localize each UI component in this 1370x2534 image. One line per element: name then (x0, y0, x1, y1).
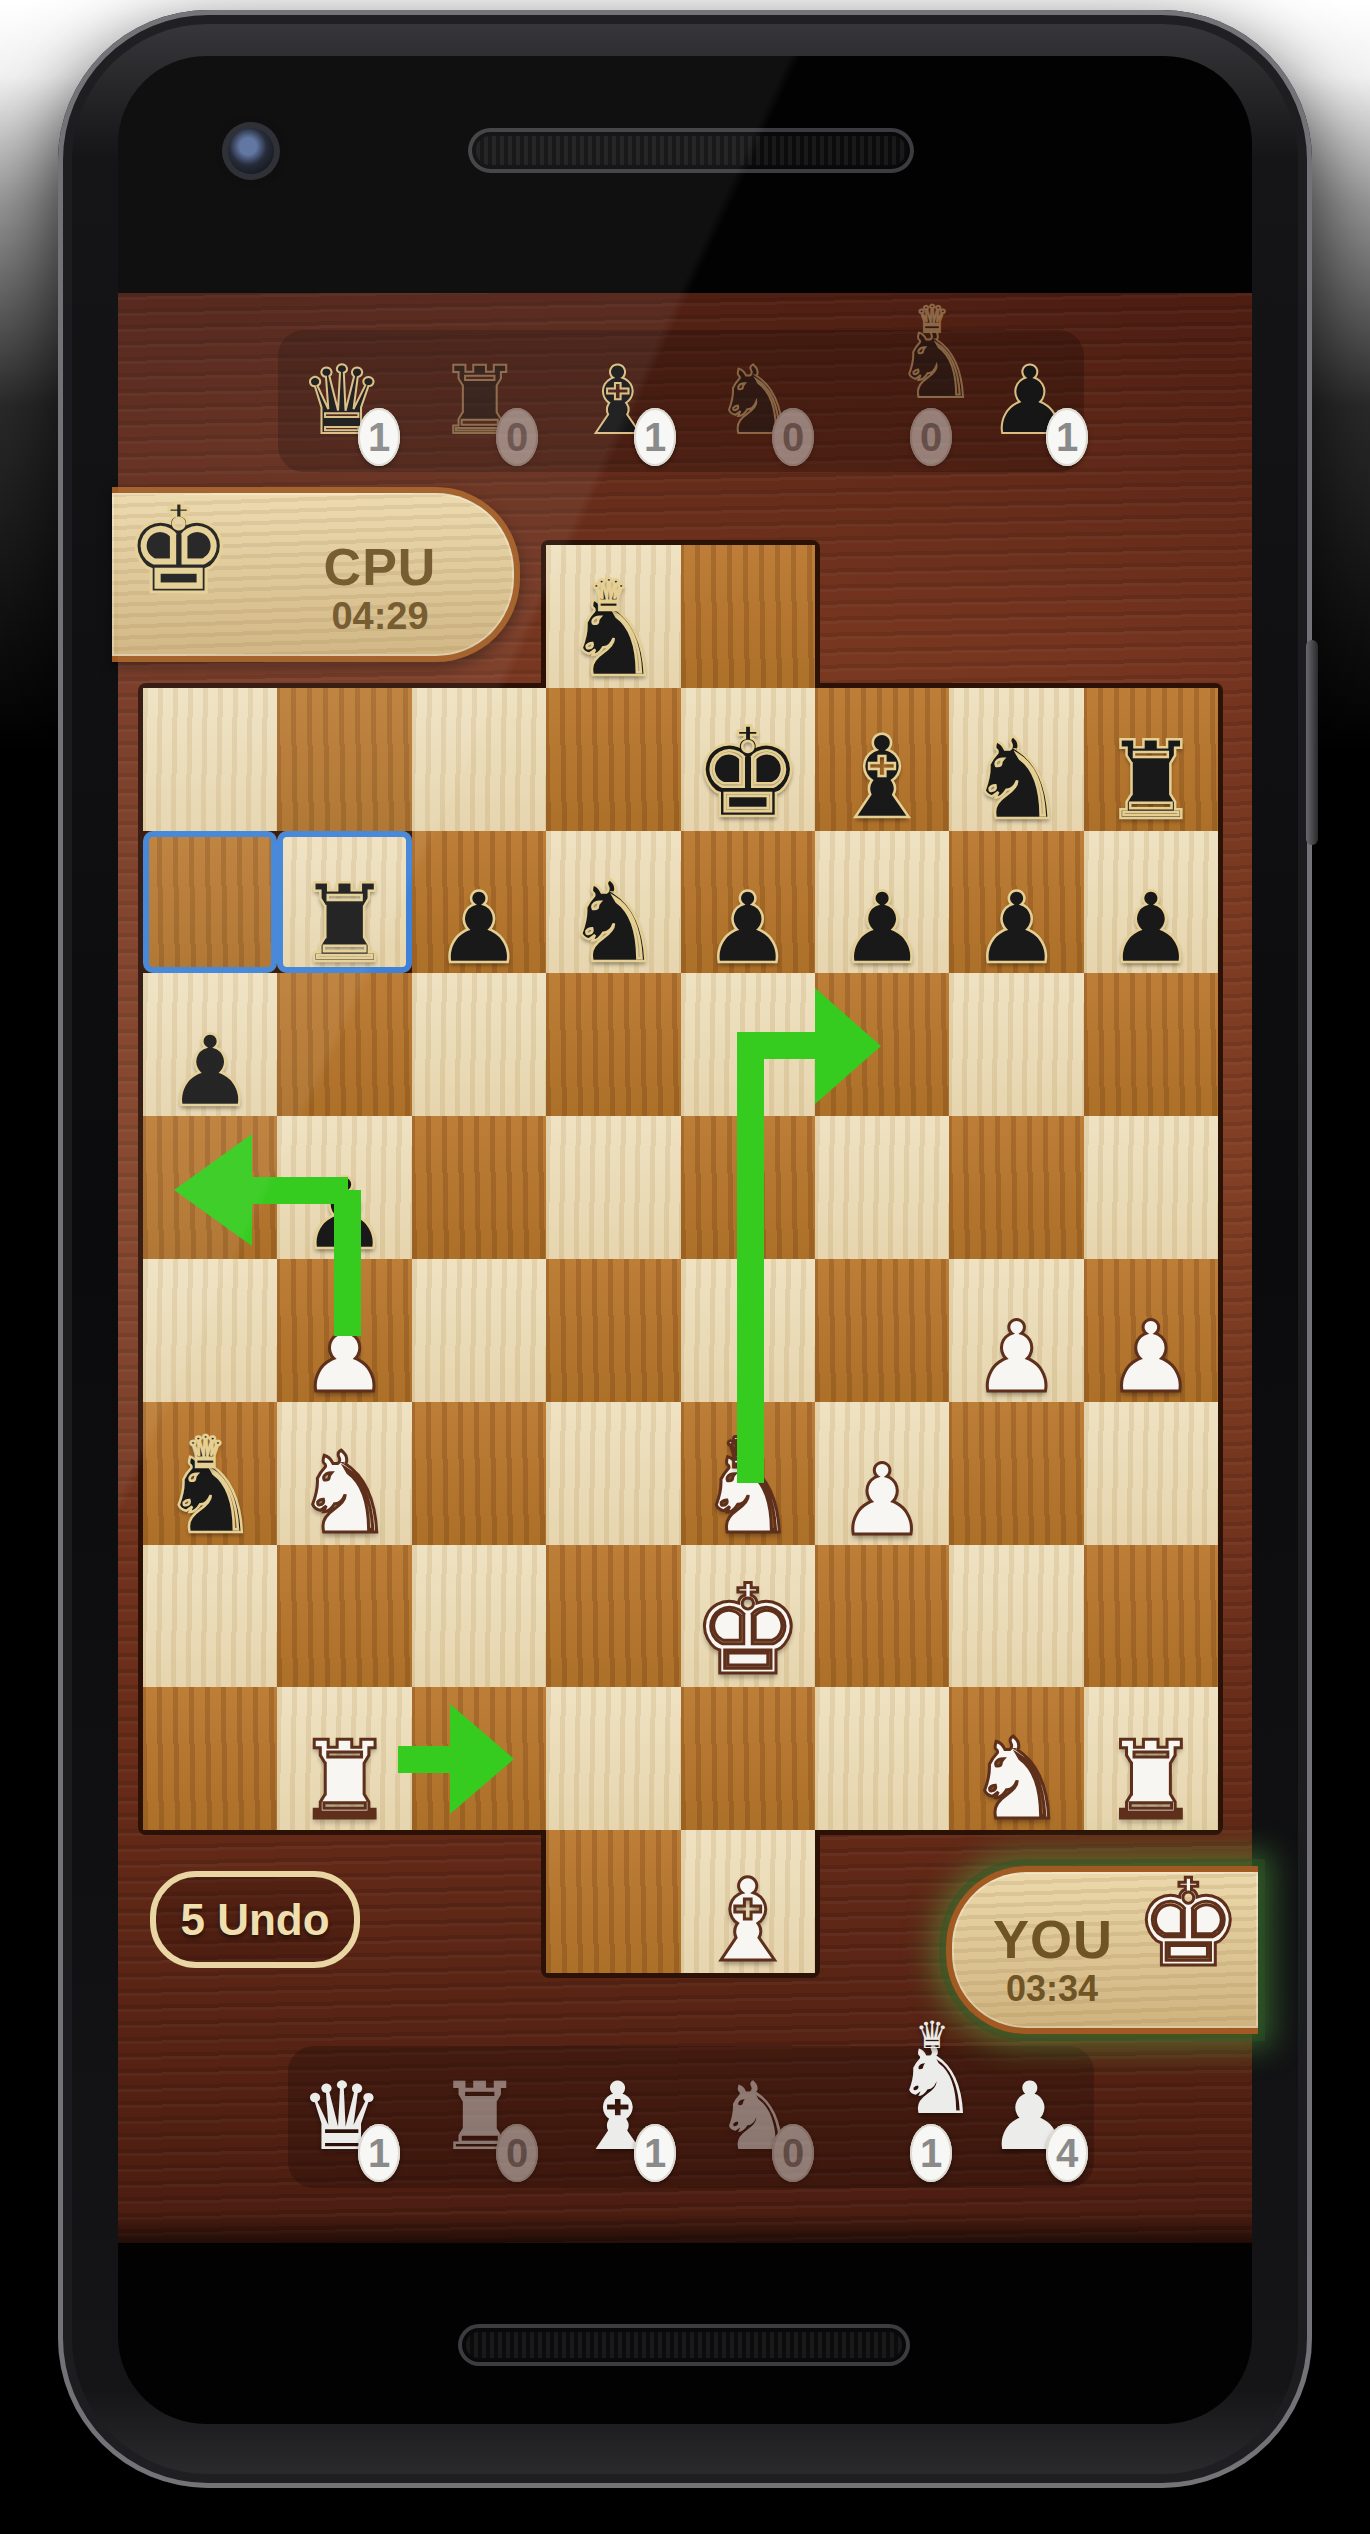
front-camera-icon (222, 122, 280, 180)
square-d3[interactable]: ♞ (546, 831, 680, 974)
square-h4[interactable] (1084, 973, 1218, 1116)
captured-count-badge: 1 (634, 2124, 676, 2182)
square-c3[interactable]: ♟ (412, 831, 546, 974)
hint-arrow-3-shaft (398, 1746, 452, 1773)
square-d8[interactable] (546, 1545, 680, 1688)
square-d9[interactable] (546, 1687, 680, 1830)
square-c8[interactable] (412, 1545, 546, 1688)
camel-crown-icon: ♛ (915, 2017, 949, 2055)
square-a3[interactable] (143, 831, 277, 974)
square-c4[interactable] (412, 973, 546, 1116)
square-d2[interactable] (546, 688, 680, 831)
white-pawn-h6[interactable]: ♟ (1107, 1311, 1195, 1404)
square-h2[interactable]: ♜ (1084, 688, 1218, 831)
square-a8[interactable] (143, 1545, 277, 1688)
square-e8[interactable]: ♚ (681, 1545, 815, 1688)
captured-black-pawn: ♟1 (970, 336, 1090, 466)
hint-arrow-1-head (174, 1134, 252, 1246)
black-pawn-f3[interactable]: ♟ (838, 882, 926, 975)
square-b3[interactable]: ♜ (277, 831, 411, 974)
square-h3[interactable]: ♟ (1084, 831, 1218, 974)
hint-arrow-2-head (815, 988, 881, 1104)
camel-crown-icon: ♛ (589, 574, 628, 616)
camel-crown-icon: ♛ (186, 1431, 225, 1473)
you-player-badge: YOU 03:34 ♚ (946, 1866, 1258, 2034)
square-g2[interactable]: ♞ (949, 688, 1083, 831)
bottom-speaker-icon (458, 2324, 910, 2366)
square-a6[interactable] (143, 1259, 277, 1402)
square-a4[interactable]: ♟ (143, 973, 277, 1116)
you-label: YOU (978, 1908, 1128, 1970)
hint-arrow-1-shaft (252, 1177, 348, 1204)
captured-white-pieces-tray: ♛1♜0♝1♞0♞♛1♟4 (288, 2046, 1094, 2188)
square-c5[interactable] (412, 1116, 546, 1259)
black-rook-b3[interactable]: ♜ (296, 873, 393, 976)
captured-count-badge: 1 (358, 2124, 400, 2182)
square-e9[interactable] (681, 1687, 815, 1830)
black-pawn-g3[interactable]: ♟ (973, 882, 1061, 975)
undo-button-label: 5 Undo (180, 1895, 329, 1945)
square-f2[interactable]: ♝ (815, 688, 949, 831)
earpiece-speaker-icon (468, 128, 914, 173)
captured-black-rook: ♜0 (420, 336, 540, 466)
square-b7[interactable]: ♞ (277, 1402, 411, 1545)
white-knight-g9[interactable]: ♞ (966, 1726, 1066, 1832)
black-camel-d1[interactable]: ♞♛ (564, 585, 663, 690)
square-b8[interactable] (277, 1545, 411, 1688)
white-knight-b7[interactable]: ♞ (294, 1440, 394, 1546)
square-g6[interactable]: ♟ (949, 1259, 1083, 1402)
hint-arrow-2-shaft (737, 1032, 817, 1059)
captured-white-queen: ♛1 (282, 2052, 402, 2182)
hint-arrow-1-shaft (334, 1190, 361, 1336)
black-king-e2[interactable]: ♚ (692, 715, 803, 833)
you-clock: 03:34 (982, 1968, 1122, 2010)
cpu-player-badge: ♚ CPU 04:29 (112, 487, 520, 662)
undo-button[interactable]: 5 Undo (150, 1871, 360, 1968)
square-h6[interactable]: ♟ (1084, 1259, 1218, 1402)
square-d4[interactable] (546, 973, 680, 1116)
black-pawn-c3[interactable]: ♟ (435, 882, 523, 975)
captured-count-badge: 0 (496, 2124, 538, 2182)
white-rook-h9[interactable]: ♜ (1103, 1730, 1200, 1833)
phone-power-button (1306, 640, 1318, 845)
square-g7[interactable] (949, 1402, 1083, 1545)
white-king-icon: ♚ (1134, 1864, 1242, 1984)
black-pawn-e3[interactable]: ♟ (704, 882, 792, 975)
square-b4[interactable] (277, 973, 411, 1116)
square-f6[interactable] (815, 1259, 949, 1402)
captured-count-badge: 1 (1046, 408, 1088, 466)
white-pawn-f7[interactable]: ♟ (838, 1454, 926, 1547)
square-g9[interactable]: ♞ (949, 1687, 1083, 1830)
square-g5[interactable] (949, 1116, 1083, 1259)
captured-count-badge: 1 (358, 408, 400, 466)
square-a9[interactable] (143, 1687, 277, 1830)
camel-crown-icon: ♛ (915, 301, 949, 339)
captured-white-camel: ♞♛1 (834, 2052, 954, 2182)
square-f9[interactable] (815, 1687, 949, 1830)
white-camel-icon: ♞♛ (894, 2026, 978, 2135)
black-camel-icon: ♞♛ (894, 310, 978, 419)
screenshot-stage: ♚ CPU 04:29 YOU 03:34 ♚ 5 Undo ♛1♜0♝1♞0♞… (0, 0, 1370, 2534)
square-d10[interactable] (546, 1830, 680, 1973)
black-rook-h2[interactable]: ♜ (1103, 730, 1200, 833)
captured-count-badge: 0 (772, 408, 814, 466)
cpu-clock: 04:29 (260, 595, 500, 638)
wood-bottom-shadow (118, 2213, 1252, 2243)
square-h9[interactable]: ♜ (1084, 1687, 1218, 1830)
square-d1[interactable]: ♞♛ (546, 545, 680, 688)
captured-white-bishop: ♝1 (558, 2052, 678, 2182)
captured-count-badge: 0 (910, 408, 952, 466)
square-h8[interactable] (1084, 1545, 1218, 1688)
square-g4[interactable] (949, 973, 1083, 1116)
captured-count-badge: 4 (1046, 2124, 1088, 2182)
captured-black-pieces-tray: ♛1♜0♝1♞0♞♛0♟1 (278, 330, 1084, 472)
square-e2[interactable]: ♚ (681, 688, 815, 831)
captured-black-knight: ♞0 (696, 336, 816, 466)
square-f7[interactable]: ♟ (815, 1402, 949, 1545)
square-e10[interactable]: ♝ (681, 1830, 815, 1973)
square-h7[interactable] (1084, 1402, 1218, 1545)
square-f3[interactable]: ♟ (815, 831, 949, 974)
captured-count-badge: 1 (910, 2124, 952, 2182)
captured-white-rook: ♜0 (420, 2052, 540, 2182)
square-a2[interactable] (143, 688, 277, 831)
hint-arrow-2-shaft (737, 1035, 764, 1483)
captured-count-badge: 0 (496, 408, 538, 466)
square-f8[interactable] (815, 1545, 949, 1688)
square-a7[interactable]: ♞♛ (143, 1402, 277, 1545)
black-pawn-h3[interactable]: ♟ (1107, 882, 1195, 975)
square-c2[interactable] (412, 688, 546, 831)
captured-black-bishop: ♝1 (558, 336, 678, 466)
white-rook-b9[interactable]: ♜ (296, 1730, 393, 1833)
square-f5[interactable] (815, 1116, 949, 1259)
square-g8[interactable] (949, 1545, 1083, 1688)
captured-black-queen: ♛1 (282, 336, 402, 466)
square-d5[interactable] (546, 1116, 680, 1259)
black-king-icon: ♚ (124, 489, 233, 611)
captured-count-badge: 0 (772, 2124, 814, 2182)
square-h5[interactable] (1084, 1116, 1218, 1259)
square-e1[interactable] (681, 545, 815, 688)
hint-arrow-3-head (450, 1704, 514, 1814)
white-pawn-g6[interactable]: ♟ (973, 1311, 1061, 1404)
square-c6[interactable] (412, 1259, 546, 1402)
square-b2[interactable] (277, 688, 411, 831)
square-c7[interactable] (412, 1402, 546, 1545)
square-b9[interactable]: ♜ (277, 1687, 411, 1830)
black-pawn-a4[interactable]: ♟ (166, 1025, 254, 1118)
square-d6[interactable] (546, 1259, 680, 1402)
captured-count-badge: 1 (634, 408, 676, 466)
black-camel-a7[interactable]: ♞♛ (161, 1442, 260, 1547)
square-e3[interactable]: ♟ (681, 831, 815, 974)
captured-white-pawn: ♟4 (970, 2052, 1090, 2182)
black-knight-g2[interactable]: ♞ (966, 726, 1066, 832)
captured-white-knight: ♞0 (696, 2052, 816, 2182)
black-knight-d3[interactable]: ♞ (563, 869, 663, 975)
white-king-e8[interactable]: ♚ (692, 1572, 803, 1690)
captured-black-camel: ♞♛0 (834, 336, 954, 466)
square-g3[interactable]: ♟ (949, 831, 1083, 974)
black-bishop-f2[interactable]: ♝ (831, 724, 933, 832)
cpu-label: CPU (260, 537, 500, 597)
white-bishop-e10[interactable]: ♝ (697, 1867, 799, 1975)
square-d7[interactable] (546, 1402, 680, 1545)
